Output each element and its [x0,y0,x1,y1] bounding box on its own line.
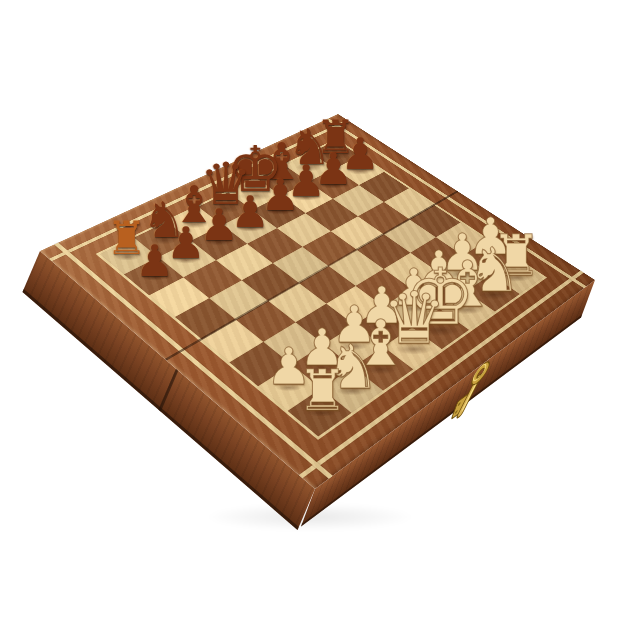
chess-set-scene: ♜♞♝♛♚♝♞♜♟♟♟♟♟♟♟♟♟♟♟♟♟♟♟♟♜♞♝♛♚♝♞♜ [0,0,625,625]
product-photo: ♜♞♝♛♚♝♞♜♟♟♟♟♟♟♟♟♟♟♟♟♟♟♟♟♜♞♝♛♚♝♞♜ [0,0,625,625]
fold-seam-side [158,369,178,412]
board-top-face [40,114,595,489]
